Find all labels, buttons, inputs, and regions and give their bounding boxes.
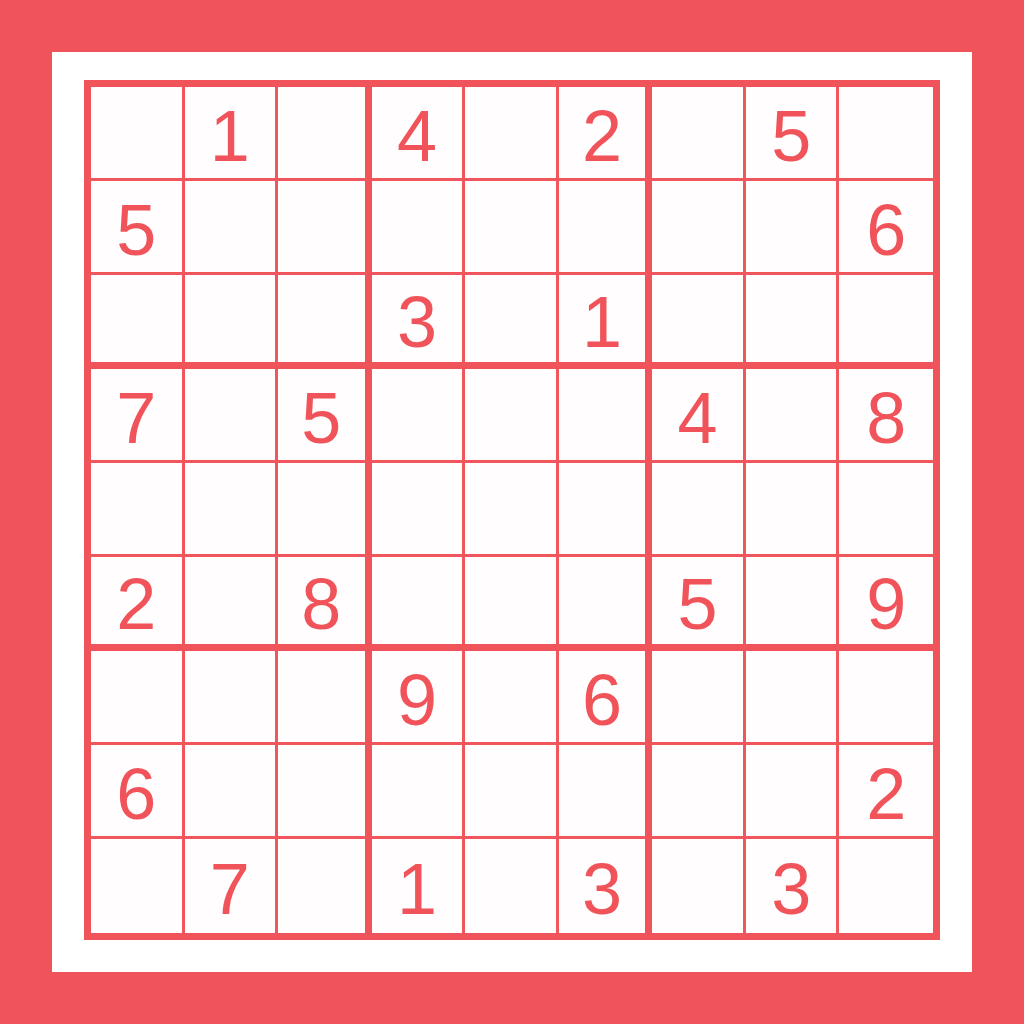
cell-r9c7[interactable] (652, 839, 746, 933)
cell-r7c8[interactable] (746, 651, 840, 745)
cell-r8c7[interactable] (652, 745, 746, 839)
cell-r4c6[interactable] (559, 369, 653, 463)
cell-r1c1[interactable] (91, 87, 185, 181)
cell-r2c3[interactable] (278, 181, 372, 275)
cell-r4c9[interactable]: 8 (839, 369, 933, 463)
given-digit: 3 (771, 853, 811, 925)
cell-r8c5[interactable] (465, 745, 559, 839)
cell-r3c4[interactable]: 3 (372, 275, 466, 369)
cell-r3c5[interactable] (465, 275, 559, 369)
cell-r7c7[interactable] (652, 651, 746, 745)
cell-r8c9[interactable]: 2 (839, 745, 933, 839)
given-digit: 7 (116, 382, 156, 454)
cell-r7c9[interactable] (839, 651, 933, 745)
cell-r4c3[interactable]: 5 (278, 369, 372, 463)
given-digit: 9 (397, 664, 437, 736)
cell-r8c8[interactable] (746, 745, 840, 839)
cell-r8c6[interactable] (559, 745, 653, 839)
cell-r1c2[interactable]: 1 (185, 87, 279, 181)
given-digit: 3 (582, 853, 622, 925)
cell-r6c6[interactable] (559, 557, 653, 651)
cell-r9c3[interactable] (278, 839, 372, 933)
cell-r4c1[interactable]: 7 (91, 369, 185, 463)
cell-r5c2[interactable] (185, 463, 279, 557)
cell-r7c1[interactable] (91, 651, 185, 745)
given-digit: 6 (866, 194, 906, 266)
cell-r2c7[interactable] (652, 181, 746, 275)
cell-r4c4[interactable] (372, 369, 466, 463)
cell-r4c2[interactable] (185, 369, 279, 463)
cell-r6c5[interactable] (465, 557, 559, 651)
given-digit: 2 (116, 568, 156, 640)
cell-r5c9[interactable] (839, 463, 933, 557)
cell-r5c7[interactable] (652, 463, 746, 557)
given-digit: 2 (582, 100, 622, 172)
cell-r1c3[interactable] (278, 87, 372, 181)
cell-r3c1[interactable] (91, 275, 185, 369)
cell-r2c2[interactable] (185, 181, 279, 275)
cell-r3c2[interactable] (185, 275, 279, 369)
cell-r9c4[interactable]: 1 (372, 839, 466, 933)
cell-r4c5[interactable] (465, 369, 559, 463)
cell-r5c3[interactable] (278, 463, 372, 557)
cell-r9c9[interactable] (839, 839, 933, 933)
given-digit: 5 (771, 100, 811, 172)
sudoku-board: 142556317548285996627133 (84, 80, 940, 940)
given-digit: 6 (582, 664, 622, 736)
given-digit: 5 (116, 194, 156, 266)
cell-r3c6[interactable]: 1 (559, 275, 653, 369)
cell-r5c4[interactable] (372, 463, 466, 557)
cell-r4c7[interactable]: 4 (652, 369, 746, 463)
cell-r1c9[interactable] (839, 87, 933, 181)
given-digit: 3 (397, 286, 437, 358)
cell-r9c6[interactable]: 3 (559, 839, 653, 933)
cell-r8c3[interactable] (278, 745, 372, 839)
cell-r6c8[interactable] (746, 557, 840, 651)
given-digit: 6 (116, 758, 156, 830)
cell-r9c2[interactable]: 7 (185, 839, 279, 933)
cell-r3c8[interactable] (746, 275, 840, 369)
cell-r4c8[interactable] (746, 369, 840, 463)
cell-r8c1[interactable]: 6 (91, 745, 185, 839)
given-digit: 1 (397, 853, 437, 925)
cell-r5c8[interactable] (746, 463, 840, 557)
cell-r3c3[interactable] (278, 275, 372, 369)
cell-r8c4[interactable] (372, 745, 466, 839)
cell-r5c1[interactable] (91, 463, 185, 557)
given-digit: 4 (678, 382, 718, 454)
cell-r8c2[interactable] (185, 745, 279, 839)
cell-r7c4[interactable]: 9 (372, 651, 466, 745)
cell-r2c9[interactable]: 6 (839, 181, 933, 275)
cell-r2c5[interactable] (465, 181, 559, 275)
cell-r2c8[interactable] (746, 181, 840, 275)
cell-r6c9[interactable]: 9 (839, 557, 933, 651)
cell-r6c7[interactable]: 5 (652, 557, 746, 651)
given-digit: 4 (397, 100, 437, 172)
cell-r1c4[interactable]: 4 (372, 87, 466, 181)
cell-r7c5[interactable] (465, 651, 559, 745)
cell-r1c5[interactable] (465, 87, 559, 181)
cell-r2c1[interactable]: 5 (91, 181, 185, 275)
cell-r9c8[interactable]: 3 (746, 839, 840, 933)
given-digit: 9 (866, 568, 906, 640)
cell-r2c4[interactable] (372, 181, 466, 275)
cell-r6c2[interactable] (185, 557, 279, 651)
given-digit: 2 (866, 758, 906, 830)
cell-r2c6[interactable] (559, 181, 653, 275)
cell-r1c6[interactable]: 2 (559, 87, 653, 181)
cell-r9c1[interactable] (91, 839, 185, 933)
cell-r5c6[interactable] (559, 463, 653, 557)
cell-r6c3[interactable]: 8 (278, 557, 372, 651)
cell-r7c6[interactable]: 6 (559, 651, 653, 745)
given-digit: 8 (301, 568, 341, 640)
given-digit: 1 (210, 100, 250, 172)
cell-r5c5[interactable] (465, 463, 559, 557)
cell-r1c7[interactable] (652, 87, 746, 181)
given-digit: 1 (582, 286, 622, 358)
given-digit: 5 (678, 568, 718, 640)
cell-r6c4[interactable] (372, 557, 466, 651)
cell-r3c7[interactable] (652, 275, 746, 369)
given-digit: 5 (301, 382, 341, 454)
cell-r7c3[interactable] (278, 651, 372, 745)
cell-r1c8[interactable]: 5 (746, 87, 840, 181)
cell-r3c9[interactable] (839, 275, 933, 369)
given-digit: 7 (210, 853, 250, 925)
cell-r9c5[interactable] (465, 839, 559, 933)
cell-r7c2[interactable] (185, 651, 279, 745)
cell-r6c1[interactable]: 2 (91, 557, 185, 651)
given-digit: 8 (866, 382, 906, 454)
